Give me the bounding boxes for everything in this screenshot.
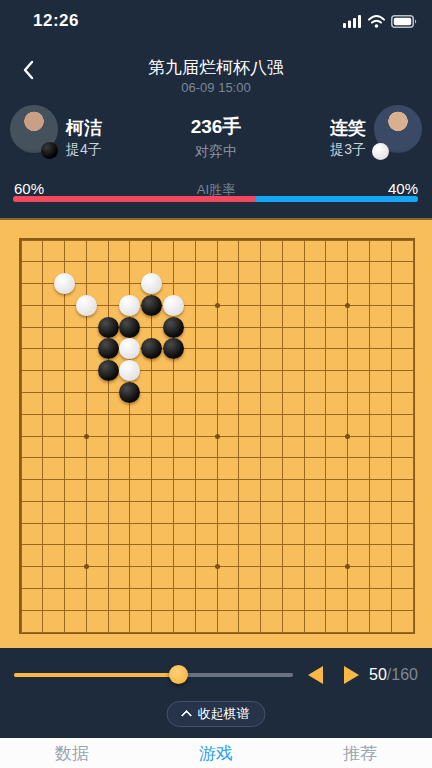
- grid-line: [21, 588, 413, 589]
- white-stone: [141, 273, 162, 294]
- white-player-avatar[interactable]: [374, 105, 422, 153]
- next-move-button[interactable]: [344, 666, 359, 684]
- clock: 12:26: [33, 11, 79, 31]
- black-stone: [98, 317, 119, 338]
- board-grid[interactable]: [21, 240, 413, 632]
- grid-line: [325, 240, 326, 632]
- white-player-captures: 提3子: [330, 141, 366, 159]
- winrate-bar-white-segment: [256, 196, 418, 202]
- star-point: [84, 434, 89, 439]
- grid-line: [369, 240, 370, 632]
- star-point: [345, 303, 350, 308]
- status-bar: 12:26: [0, 0, 432, 44]
- white-stone-badge-icon: [372, 143, 389, 160]
- grid-line: [21, 523, 413, 524]
- star-point: [215, 434, 220, 439]
- move-slider-handle[interactable]: [169, 665, 188, 684]
- star-point: [345, 434, 350, 439]
- white-stone: [119, 360, 140, 381]
- white-stone: [76, 295, 97, 316]
- move-slider-fill: [14, 673, 179, 677]
- bottom-tab-bar: 数据 游戏 推荐: [0, 738, 432, 768]
- grid-line: [282, 240, 283, 632]
- white-player-name: 连笑: [330, 116, 366, 140]
- white-stone: [119, 338, 140, 359]
- black-stone: [119, 317, 140, 338]
- grid-line: [21, 501, 413, 502]
- signal-icon: [343, 15, 362, 28]
- wifi-icon: [368, 15, 385, 28]
- black-stone: [141, 295, 162, 316]
- black-stone: [163, 338, 184, 359]
- grid-line: [260, 240, 261, 632]
- tab-data[interactable]: 数据: [0, 738, 144, 768]
- winrate-bar: [13, 196, 418, 202]
- grid-line: [238, 240, 239, 632]
- black-stone: [163, 317, 184, 338]
- grid-line: [21, 479, 413, 480]
- grid-line: [304, 240, 305, 632]
- grid-line: [413, 240, 414, 632]
- previous-move-button[interactable]: [308, 666, 323, 684]
- grid-line: [21, 610, 413, 611]
- game-status: 对弈中: [0, 143, 432, 161]
- grid-line: [21, 457, 413, 458]
- grid-line: [391, 240, 392, 632]
- black-stone: [119, 382, 140, 403]
- grid-line: [21, 544, 413, 545]
- move-slider[interactable]: [14, 673, 293, 677]
- move-count: 236手: [0, 114, 432, 140]
- collapse-record-label: 收起棋谱: [198, 705, 250, 723]
- battery-icon: [391, 15, 417, 28]
- star-point: [84, 564, 89, 569]
- white-stone: [163, 295, 184, 316]
- black-stone: [141, 338, 162, 359]
- app-screen: 12:26 第九届烂柯杯八强 06-09 15:: [0, 0, 432, 768]
- white-stone: [54, 273, 75, 294]
- match-datetime: 06-09 15:00: [0, 80, 432, 95]
- tab-recommend[interactable]: 推荐: [288, 738, 432, 768]
- white-stone: [119, 295, 140, 316]
- page-title: 第九届烂柯杯八强: [0, 56, 432, 79]
- star-point: [215, 303, 220, 308]
- black-stone: [98, 338, 119, 359]
- move-counter: 50/160: [369, 666, 418, 684]
- chevron-up-icon: [181, 710, 192, 721]
- winrate-white: 40%: [388, 180, 418, 197]
- star-point: [345, 564, 350, 569]
- collapse-record-button[interactable]: 收起棋谱: [167, 701, 266, 727]
- move-counter-total: /160: [387, 666, 418, 683]
- grid-line: [21, 632, 413, 633]
- star-point: [215, 564, 220, 569]
- tab-game[interactable]: 游戏: [144, 738, 288, 768]
- go-board[interactable]: [0, 218, 432, 648]
- move-counter-current: 50: [369, 666, 387, 683]
- winrate-bar-black-segment: [13, 196, 256, 202]
- black-stone: [98, 360, 119, 381]
